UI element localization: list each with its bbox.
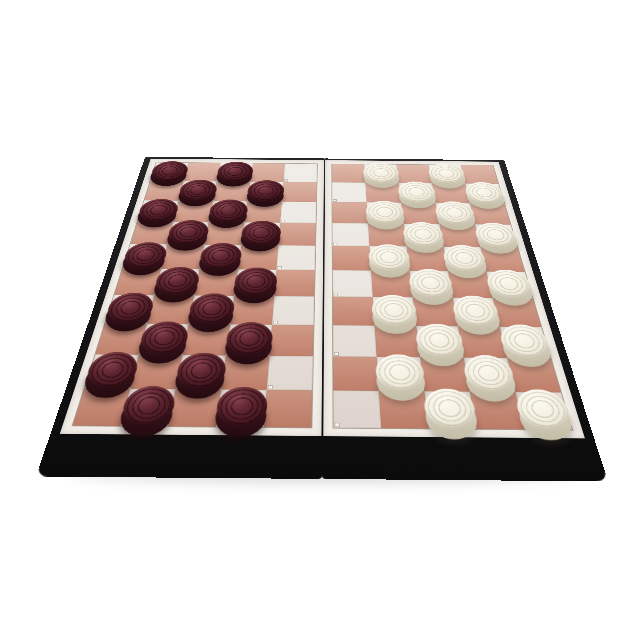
square-r9c5 [267,356,313,390]
square-r4c6 [332,223,369,246]
dark-maroon-man [121,242,169,269]
cream-man [451,295,501,326]
dark-maroon-man [166,220,211,245]
square-r9c9 [464,358,516,393]
square-r7c6 [333,297,375,326]
square-r2c8 [399,183,436,203]
square-r3c7 [367,202,404,223]
cream-man [434,201,476,224]
square-r5c9 [443,247,486,272]
square-number-chip [334,423,340,428]
square-r10c8 [424,391,476,429]
square-r3c6 [332,202,368,223]
square-r4c5 [278,223,316,246]
square-r8c4 [226,324,272,356]
square-r4c8 [404,224,444,247]
square-r6c4 [234,269,276,296]
board-half-left [36,157,325,479]
cream-man [402,222,445,247]
square-r5c7 [369,246,409,271]
checker-grid-right [331,164,573,431]
cream-man [422,388,478,429]
square-r8c10 [500,327,551,359]
square-r7c1 [105,295,154,324]
square-r7c9 [453,298,500,327]
square-r2c5 [282,182,317,202]
square-r8c5 [269,325,313,357]
dark-maroon-man [83,352,141,389]
dark-maroon-man [119,386,178,426]
square-r8c8 [416,326,463,358]
draughts-board [36,157,607,482]
square-r9c7 [377,357,425,391]
cream-man [513,389,574,430]
cream-man [371,295,418,326]
square-r6c8 [409,271,452,298]
cream-man [462,355,518,392]
dark-maroon-man [214,387,269,427]
dark-maroon-man [198,243,243,270]
cream-man [397,181,437,202]
board-margin-left [60,159,324,436]
square-r10c5 [264,390,313,428]
square-r7c3 [189,295,235,324]
dark-maroon-man [174,352,228,389]
square-r6c10 [486,272,532,299]
cream-man [464,182,506,203]
square-r10c2 [120,389,175,427]
square-r3c5 [280,202,316,223]
square-r5c3 [200,245,242,270]
cream-man [375,354,426,391]
board-margin-right [323,160,585,438]
square-r1c5 [283,164,317,183]
cream-man [365,201,405,224]
square-number-chip [333,199,337,201]
square-r1c6 [332,164,365,183]
square-r6c6 [333,270,373,297]
square-r10c6 [333,390,381,428]
square-r1c4 [250,163,285,182]
square-r4c4 [241,222,280,245]
square-r4c2 [167,222,209,245]
dark-maroon-man [216,162,255,182]
square-number-chip [333,243,337,246]
square-r3c3 [209,201,248,222]
square-r5c6 [332,246,371,271]
square-r1c7 [364,164,398,183]
square-r6c2 [154,269,199,296]
square-r10c10 [515,392,572,430]
square-r9c1 [84,354,138,388]
square-r10c4 [216,389,267,427]
cream-man [368,244,411,271]
square-r4c10 [475,224,517,247]
dark-maroon-man [246,180,285,201]
board-half-right [322,158,608,481]
dark-maroon-man [136,199,180,222]
cream-man [484,269,534,298]
square-r3c9 [435,203,475,224]
square-r2c6 [332,182,367,202]
dark-maroon-man [240,221,282,246]
dark-maroon-man [137,321,190,355]
square-r2c4 [247,182,283,202]
square-r9c6 [333,356,379,390]
dark-maroon-man [104,292,157,323]
square-number-chip [334,352,339,356]
square-r1c8 [396,165,432,184]
square-r5c1 [123,244,168,269]
cream-man [497,324,552,358]
square-number-chip [333,293,338,296]
dark-maroon-man [187,293,236,324]
dark-maroon-man [233,267,278,296]
dark-maroon-man [153,267,202,296]
square-r2c2 [179,181,217,201]
cream-man [473,223,519,248]
square-r7c5 [272,296,314,325]
square-r1c1 [150,162,188,181]
dark-maroon-man [149,161,190,181]
square-r7c7 [373,297,417,326]
square-r5c5 [276,245,315,270]
square-r3c1 [138,200,179,221]
square-r6c5 [274,270,315,297]
dark-maroon-man [208,199,250,222]
square-r2c10 [465,184,504,204]
cream-man [363,163,400,183]
dark-maroon-man [224,322,274,356]
product-photo-scene [0,0,640,640]
square-r9c3 [176,355,226,389]
square-r8c6 [333,325,377,357]
cream-man [408,269,455,298]
cream-man [414,324,465,358]
square-r1c3 [217,163,253,182]
cream-man [427,163,466,183]
dark-maroon-man [177,179,218,200]
cream-man [442,245,488,272]
square-r1c9 [429,165,466,184]
square-r8c2 [139,324,189,355]
checker-grid-left [72,162,318,428]
